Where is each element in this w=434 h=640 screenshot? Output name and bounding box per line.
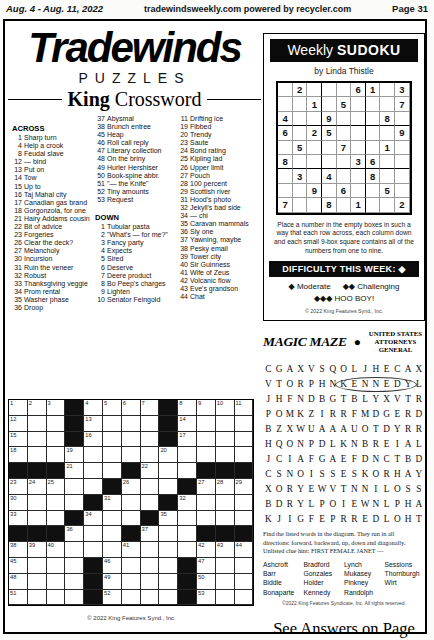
black-cell [216,463,235,479]
white-cell [84,526,103,542]
clue: 9Lighten [95,288,175,296]
white-cell [178,511,197,527]
black-cell [216,526,235,542]
sudoku-empty-cell [395,169,410,183]
white-cell [28,416,47,432]
black-cell [159,432,178,448]
maze-letter: I [338,496,349,511]
clue-number: 13 [12,166,24,174]
clue-number: 42 [178,277,190,285]
maze-letter: A [328,421,339,436]
sudoku-given-cell: 5 [322,126,337,140]
cell-number: 35 [160,511,166,517]
sudoku-empty-cell [380,126,395,140]
white-cell [103,463,122,479]
maze-theme-line2: ATTORNEYS [366,338,425,346]
clue: 47Literary collection [95,147,175,155]
word-list-item: Gonzales [304,569,345,578]
maze-letter: B [403,451,414,466]
maze-letter: N [349,436,360,451]
black-cell [141,511,160,527]
black-cell [235,526,254,542]
white-cell: 2 [28,400,47,416]
sudoku-empty-cell [366,184,381,198]
clue-text: "— the Knife" [107,180,175,188]
maze-letter: Q [274,436,285,451]
maze-letter: T [403,391,414,406]
cell-number: 27 [198,479,204,485]
maze-letter: E [349,496,360,511]
sudoku-empty-cell [307,169,322,183]
white-cell: 50 [197,574,216,590]
clue: 53Request [95,196,175,204]
white-cell [235,511,254,527]
clue-text: Heap [107,131,175,139]
sudoku-empty-cell [293,184,308,198]
difficulty-legend-line1: ◆ Moderate◆◆ Challenging [269,281,419,293]
maze-row: JHFNDBGTBLYXVTR [263,391,425,406]
maze-letter: C [263,466,274,481]
white-cell: 42 [197,542,216,558]
maze-letter: W [360,496,371,511]
maze-letter: D [371,511,382,526]
white-cell [65,479,84,495]
clue: 1Sharp turn [12,134,92,142]
maze-letter: R [414,421,425,436]
maze-row: CSNOISSESKORHAY [263,466,425,481]
white-cell [47,495,66,511]
clue-number: 27 [178,172,190,180]
maze-letter: J [274,511,285,526]
maze-letter: D [381,421,392,436]
white-cell: 5 [103,400,122,416]
clue-number: 16 [12,191,24,199]
clue-number: 43 [178,285,190,293]
clue: 12— bind [12,158,92,166]
white-cell [216,416,235,432]
white-cell [141,558,160,574]
maze-letter: R [414,391,425,406]
black-cell [28,526,47,542]
clue-number: 12 [12,158,24,166]
maze-letter: X [295,361,306,376]
sudoku-empty-cell [351,184,366,198]
clue-number: 41 [178,269,190,277]
maze-letter: I [285,451,296,466]
clue: 33Thanksgiving veggie [12,280,92,288]
white-cell: 25 [47,479,66,495]
clue-section-header: DOWN [95,213,175,222]
white-cell [47,432,66,448]
sudoku-empty-cell [307,155,322,169]
clue: 16Taj Mahal city [12,191,92,199]
maze-letter: H [274,391,285,406]
maze-letter: L [360,391,371,406]
maze-letter: J [360,361,371,376]
clue-text: Senator Feingold [107,296,175,304]
sudoku-given-cell: 5 [337,97,352,111]
clue-text: Deserve [107,264,175,272]
clue: 34Prom rental [12,288,92,296]
clue-text: Hood's photo [190,196,258,204]
maze-letter: A [403,466,414,481]
white-cell [84,542,103,558]
clue-text: Washer phase [24,296,92,304]
cell-number: 25 [48,479,54,485]
white-cell [197,432,216,448]
clue: 48On the briny [95,155,175,163]
maze-letter: C [392,361,403,376]
maze-row: POMKZIRRFMDGERD [263,406,425,421]
white-cell [159,558,178,574]
maze-letter: A [328,451,339,466]
maze-letter: H [371,361,382,376]
clue: 20Trendy [178,131,258,139]
clue-text: — bind [24,158,92,166]
sudoku-given-cell: 5 [380,184,395,198]
white-cell: 21 [65,463,84,479]
clue-text: Taj Mahal city [24,191,92,199]
maze-letter: V [263,376,274,391]
black-cell [178,574,197,590]
sudoku-empty-cell [366,112,381,126]
clue-text: Sired [107,255,175,263]
clue-text: Forgeries [24,231,92,239]
word-list-item: Barr [263,569,304,578]
maze-letter: H [403,496,414,511]
white-cell [141,432,160,448]
maze-letter: L [328,436,339,451]
white-cell: 45 [9,558,28,574]
black-cell [122,463,141,479]
white-cell [122,590,141,606]
title-rule-right [207,99,261,100]
white-cell: 49 [103,574,122,590]
sudoku-empty-cell [293,126,308,140]
clue-number: 35 [178,220,190,228]
cell-number: 14 [179,416,185,422]
clue: 23Saute [178,139,258,147]
clue-text: Fancy party [107,239,175,247]
maze-letter: C [274,451,285,466]
black-cell [9,526,28,542]
clue-text: Help a crook [24,142,92,150]
maze-letter: F [306,511,317,526]
maze-letter: G [328,391,339,406]
sudoku-given-cell: 5 [293,141,308,155]
maze-letter: P [263,406,274,421]
difficulty-legend: ◆ Moderate◆◆ Challenging ◆◆◆ HOO BOY! [269,281,419,305]
clue: 1Tubular pasta [95,223,175,231]
white-cell: 44 [235,542,254,558]
maze-letter: S [414,481,425,496]
maze-letter: R [285,481,296,496]
white-cell [103,432,122,448]
maze-row: XORYEWVTNNILOSS [263,481,425,496]
black-cell [65,416,84,432]
maze-letter: S [274,466,285,481]
black-cell [178,590,197,606]
white-cell [84,447,103,463]
black-cell [47,526,66,542]
sudoku-empty-cell [307,198,322,212]
crossword-label: Crossword [110,88,202,110]
sudoku-title-bold: SUDOKU [337,42,401,58]
sudoku-empty-cell [395,184,410,198]
white-cell: 3 [47,400,66,416]
cell-number: 18 [10,447,16,453]
clue-number: 28 [178,180,190,188]
date-range: Aug. 4 - Aug. 11, 2022 [6,3,103,14]
clue: 38Pesky email [178,245,258,253]
clue-text: Bond rating [190,147,258,155]
clue-column: ACROSS1Sharp turn4Help a crook8Feudal sl… [12,115,95,312]
white-cell: 52 [103,590,122,606]
white-cell: 47 [197,558,216,574]
maze-letter: S [328,466,339,481]
maze-letter: N [349,481,360,496]
maze-letter: O [392,481,403,496]
clue-text: Abysmal [107,115,175,123]
maze-letter: P [392,496,403,511]
sudoku-empty-cell [307,141,322,155]
sudoku-empty-cell [366,198,381,212]
clue: 23Forgeries [12,231,92,239]
cell-number: 31 [104,495,110,501]
page-border: Tradewinds PUZZLES King Crossword ACROSS… [3,19,427,634]
word-list-item: Ashcroft [263,560,304,569]
maze-letter: M [360,406,371,421]
clue-text: Incursion [24,255,92,263]
white-cell [178,526,197,542]
maze-letter: B [317,391,328,406]
maze-letter: K [338,436,349,451]
maze-letter: N [360,481,371,496]
sudoku-empty-cell [380,83,395,97]
clue-number: 20 [178,131,190,139]
white-cell: 39 [28,542,47,558]
white-cell: 9 [197,400,216,416]
white-cell: 46 [103,558,122,574]
maze-letter: H [403,511,414,526]
sudoku-empty-cell [307,83,322,97]
clue-text: Fibbed [190,123,258,131]
white-cell [197,511,216,527]
maze-letter: R [338,511,349,526]
white-cell: 33 [9,511,28,527]
clue-number: 52 [95,188,107,196]
clue: 18Gorgonzola, for one [12,207,92,215]
clue-text: Request [107,196,175,204]
clue: 41Wife of Zeus [178,269,258,277]
maze-letter: R [349,511,360,526]
word-list-column: AshcroftBarrBiddleBonaparte [263,560,304,597]
cell-number: 33 [10,511,16,517]
clue: 13Put on [12,166,92,174]
black-cell [9,463,28,479]
maze-letter: I [371,481,382,496]
cell-number: 6 [123,400,126,406]
clue-number: 1 [12,134,24,142]
white-cell: 24 [28,479,47,495]
clue-number: 30 [12,255,24,263]
white-cell [28,511,47,527]
maze-letter: O [392,511,403,526]
clue-number: 23 [178,139,190,147]
sudoku-given-cell: 7 [337,141,352,155]
cell-number: 11 [236,400,242,406]
cell-number: 49 [104,574,110,580]
white-cell [197,495,216,511]
maze-letter: A [403,361,414,376]
maze-letter: O [295,466,306,481]
white-cell: 12 [9,416,28,432]
maze-letter: X [263,481,274,496]
sudoku-given-cell: 1 [307,97,322,111]
white-cell [178,542,197,558]
sudoku-empty-cell [351,141,366,155]
clue: 3Fancy party [95,239,175,247]
maze-letter: S [349,466,360,481]
cell-number: 46 [104,558,110,564]
maze-row: HQONPDLKNBREIAL [263,436,425,451]
clue: 51"— the Knife" [95,180,175,188]
maze-instructions: Find the listed words in the diagram. Th… [263,530,425,555]
sudoku-empty-cell [322,97,337,111]
maze-letter: S [317,466,328,481]
maze-letter: A [403,436,414,451]
black-cell [122,526,141,542]
clue: 4Help a crook [12,142,92,150]
clue: 8Bo Peep's charges [95,280,175,288]
maze-letter: A [414,496,425,511]
maze-row: BDRYLPOIEWNLPHA [263,496,425,511]
cell-number: 9 [198,400,201,406]
white-cell: 32 [178,495,197,511]
clue-number: 25 [178,155,190,163]
maze-letter: X [381,391,392,406]
maze-letter: B [263,496,274,511]
word-list-item: Wirt [385,578,426,587]
clue-text: Roll call reply [107,139,175,147]
clue-number: 22 [12,223,24,231]
sudoku-empty-cell [307,112,322,126]
sudoku-given-cell: 6 [351,83,366,97]
maze-letter: Z [274,421,285,436]
clue: 45Heap [95,131,175,139]
sudoku-byline: by Linda Thistle [269,66,419,76]
white-cell [141,542,160,558]
sudoku-empty-cell [351,97,366,111]
clue-text: Literary collection [107,147,175,155]
clue-number: 4 [95,247,107,255]
clue-number: 26 [178,164,190,172]
sudoku-empty-cell [322,141,337,155]
white-cell: 38 [9,542,28,558]
clue: 5Sired [95,255,175,263]
maze-letter: E [306,481,317,496]
maze-letter: Y [295,481,306,496]
maze-letter: R [295,376,306,391]
clue-number: 33 [12,280,24,288]
white-cell [178,463,197,479]
white-cell [47,511,66,527]
clue-text: On the briny [107,155,175,163]
maze-letter: K [360,466,371,481]
cell-number: 30 [10,495,16,501]
maze-letter: I [317,406,328,421]
maze-letter: K [263,511,274,526]
clue-text: Bo Peep's charges [107,280,175,288]
white-cell [122,416,141,432]
clue-text: Hurler Hershiser [107,164,175,172]
clue: 40Sir Guinness [178,261,258,269]
clue-text: — chi [190,212,258,220]
white-cell [141,590,160,606]
white-cell [159,574,178,590]
maze-letter: D [317,436,328,451]
sudoku-empty-cell [278,184,293,198]
cell-number: 28 [217,479,223,485]
cell-number: 40 [48,542,54,548]
maze-letter: Y [392,421,403,436]
clue-number: 27 [12,247,24,255]
clue: 17Canadian gas brand [12,199,92,207]
white-cell: 34 [84,511,103,527]
clue: 28100 percent [178,180,258,188]
maze-letter: R [371,436,382,451]
maze-letter: G [295,511,306,526]
clue-number: 5 [95,255,107,263]
maze-letter: R [338,406,349,421]
clue: 46Roll call reply [95,139,175,147]
maze-letter: O [274,406,285,421]
cell-number: 15 [10,432,16,438]
clue-number: 15 [12,183,24,191]
word-list-item: Lynch [344,560,385,569]
clue-text: Deere product [107,272,175,280]
clue: 44Chat [178,293,258,301]
sudoku-empty-cell [293,112,308,126]
cell-number: 7 [142,400,145,406]
left-column: Tradewinds PUZZLES King Crossword ACROSS… [8,27,261,312]
cell-number: 10 [217,400,223,406]
maze-letter: J [263,451,274,466]
black-cell [47,463,66,479]
sudoku-copyright: © 2022 King Features Synd., Inc. [269,308,419,314]
maze-letter: R [285,496,296,511]
clue-text: Robust [24,272,92,280]
white-cell [216,432,235,448]
cell-number: 12 [10,416,16,422]
maze-word-list: AshcroftBarrBiddleBonaparteBradfordGonza… [263,560,425,597]
clue-text: Prom rental [24,288,92,296]
white-cell [178,447,197,463]
maze-letter: N [295,436,306,451]
sudoku-title-light: Weekly [287,42,333,58]
clue-number: 31 [12,264,24,272]
sudoku-empty-cell [366,97,381,111]
legend-hooboy: ◆◆◆ HOO BOY! [314,294,374,303]
cell-number: 39 [29,542,35,548]
maze-letter: N [371,451,382,466]
clue: 35Caravan mammals [178,220,258,228]
legend-challenging: ◆◆ Challenging [343,282,400,291]
maze-letter: U [306,421,317,436]
sudoku-given-cell: 2 [293,83,308,97]
clue: 39Tower city [178,253,258,261]
white-cell: 20 [159,447,178,463]
